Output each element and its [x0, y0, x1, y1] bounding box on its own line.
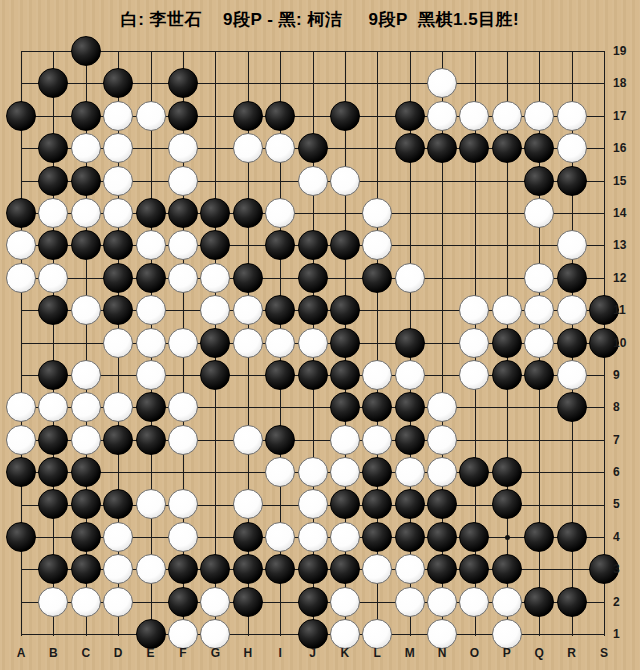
board-cell-E4[interactable] — [134, 521, 166, 553]
board-cell-C15[interactable] — [70, 164, 102, 196]
board-cell-O3[interactable] — [458, 553, 490, 585]
board-cell-C6[interactable] — [70, 456, 102, 488]
board-cell-P11[interactable] — [491, 294, 523, 326]
board-cell-C5[interactable] — [70, 488, 102, 520]
board-cell-I8[interactable] — [264, 391, 296, 423]
board-cell-B11[interactable] — [37, 294, 69, 326]
board-cell-H10[interactable] — [232, 326, 264, 358]
board-cell-H13[interactable] — [232, 229, 264, 261]
board-cell-G14[interactable] — [199, 197, 231, 229]
board-cell-A12[interactable] — [5, 262, 37, 294]
board-cell-O9[interactable] — [458, 359, 490, 391]
board-cell-F16[interactable] — [167, 132, 199, 164]
board-cell-P15[interactable] — [491, 164, 523, 196]
board-cell-D8[interactable] — [102, 391, 134, 423]
board-cell-A18[interactable] — [5, 67, 37, 99]
board-cell-H9[interactable] — [232, 359, 264, 391]
board-cell-L4[interactable] — [361, 521, 393, 553]
board-cell-B3[interactable] — [37, 553, 69, 585]
board-cell-N19[interactable] — [426, 35, 458, 67]
board-cell-Q2[interactable] — [523, 585, 555, 617]
board-cell-R12[interactable] — [555, 262, 587, 294]
board-cell-R10[interactable] — [555, 326, 587, 358]
board-cell-O16[interactable] — [458, 132, 490, 164]
board-cell-I4[interactable] — [264, 521, 296, 553]
board-cell-E9[interactable] — [134, 359, 166, 391]
board-cell-C10[interactable] — [70, 326, 102, 358]
board-cell-K8[interactable] — [329, 391, 361, 423]
board-cell-C9[interactable] — [70, 359, 102, 391]
board-cell-A8[interactable] — [5, 391, 37, 423]
board-cell-M14[interactable] — [393, 197, 425, 229]
board-cell-O17[interactable] — [458, 100, 490, 132]
board-cell-D13[interactable] — [102, 229, 134, 261]
board-cell-K14[interactable] — [329, 197, 361, 229]
board-cell-H12[interactable] — [232, 262, 264, 294]
board-cell-F14[interactable] — [167, 197, 199, 229]
board-cell-Q5[interactable] — [523, 488, 555, 520]
board-cell-J16[interactable] — [296, 132, 328, 164]
board-cell-O18[interactable] — [458, 67, 490, 99]
board-cell-R8[interactable] — [555, 391, 587, 423]
board-cell-J11[interactable] — [296, 294, 328, 326]
board-cell-K15[interactable] — [329, 164, 361, 196]
board-cell-A15[interactable] — [5, 164, 37, 196]
board-cell-K2[interactable] — [329, 585, 361, 617]
board-cell-G4[interactable] — [199, 521, 231, 553]
board-cell-Q13[interactable] — [523, 229, 555, 261]
board-cell-B6[interactable] — [37, 456, 69, 488]
board-cell-R17[interactable] — [555, 100, 587, 132]
board-cell-H3[interactable] — [232, 553, 264, 585]
board-cell-N5[interactable] — [426, 488, 458, 520]
board-cell-B12[interactable] — [37, 262, 69, 294]
board-cell-F12[interactable] — [167, 262, 199, 294]
board-cell-D19[interactable] — [102, 35, 134, 67]
board-cell-A4[interactable] — [5, 521, 37, 553]
board-cell-C12[interactable] — [70, 262, 102, 294]
board-cell-G9[interactable] — [199, 359, 231, 391]
board-cell-K9[interactable] — [329, 359, 361, 391]
board-cell-B5[interactable] — [37, 488, 69, 520]
board-cell-E7[interactable] — [134, 423, 166, 455]
board-cell-O13[interactable] — [458, 229, 490, 261]
board-cell-R19[interactable] — [555, 35, 587, 67]
board-cell-E19[interactable] — [134, 35, 166, 67]
board-cell-C8[interactable] — [70, 391, 102, 423]
board-cell-J3[interactable] — [296, 553, 328, 585]
board-cell-G18[interactable] — [199, 67, 231, 99]
board-cell-H18[interactable] — [232, 67, 264, 99]
board-cell-B9[interactable] — [37, 359, 69, 391]
board-cell-M4[interactable] — [393, 521, 425, 553]
board-cell-P6[interactable] — [491, 456, 523, 488]
board-cell-J2[interactable] — [296, 585, 328, 617]
board-cell-C7[interactable] — [70, 423, 102, 455]
board-cell-I16[interactable] — [264, 132, 296, 164]
board-cell-R11[interactable] — [555, 294, 587, 326]
board-cell-B19[interactable] — [37, 35, 69, 67]
board-cell-C16[interactable] — [70, 132, 102, 164]
board-cell-K7[interactable] — [329, 423, 361, 455]
board-cell-H14[interactable] — [232, 197, 264, 229]
board-cell-G10[interactable] — [199, 326, 231, 358]
board-cell-D7[interactable] — [102, 423, 134, 455]
board-cell-G15[interactable] — [199, 164, 231, 196]
board-cell-O8[interactable] — [458, 391, 490, 423]
board-cell-D12[interactable] — [102, 262, 134, 294]
board-cell-F4[interactable] — [167, 521, 199, 553]
board-cell-O2[interactable] — [458, 585, 490, 617]
board-cell-O14[interactable] — [458, 197, 490, 229]
board-cell-I10[interactable] — [264, 326, 296, 358]
board-cell-O19[interactable] — [458, 35, 490, 67]
board-cell-E8[interactable] — [134, 391, 166, 423]
board-cell-K13[interactable] — [329, 229, 361, 261]
board-cell-M8[interactable] — [393, 391, 425, 423]
board-cell-C18[interactable] — [70, 67, 102, 99]
board-cell-I2[interactable] — [264, 585, 296, 617]
board-cell-M11[interactable] — [393, 294, 425, 326]
board-cell-G17[interactable] — [199, 100, 231, 132]
board-cell-A2[interactable] — [5, 585, 37, 617]
board-cell-K18[interactable] — [329, 67, 361, 99]
board-cell-L9[interactable] — [361, 359, 393, 391]
board-cell-I14[interactable] — [264, 197, 296, 229]
board-cell-D6[interactable] — [102, 456, 134, 488]
board-cell-D3[interactable] — [102, 553, 134, 585]
board-cell-K4[interactable] — [329, 521, 361, 553]
board-cell-R5[interactable] — [555, 488, 587, 520]
board-cell-I15[interactable] — [264, 164, 296, 196]
board-cell-N17[interactable] — [426, 100, 458, 132]
board-cell-J5[interactable] — [296, 488, 328, 520]
board-cell-B14[interactable] — [37, 197, 69, 229]
board-cell-P9[interactable] — [491, 359, 523, 391]
board-cell-H16[interactable] — [232, 132, 264, 164]
board-cell-P5[interactable] — [491, 488, 523, 520]
board-cell-R3[interactable] — [555, 553, 587, 585]
board-cell-F10[interactable] — [167, 326, 199, 358]
board-cell-N6[interactable] — [426, 456, 458, 488]
board-cell-I12[interactable] — [264, 262, 296, 294]
board-cell-P13[interactable] — [491, 229, 523, 261]
board-cell-Q17[interactable] — [523, 100, 555, 132]
board-cell-E12[interactable] — [134, 262, 166, 294]
board-cell-M12[interactable] — [393, 262, 425, 294]
board-cell-A13[interactable] — [5, 229, 37, 261]
board-cell-G7[interactable] — [199, 423, 231, 455]
board-cell-D5[interactable] — [102, 488, 134, 520]
board-cell-O15[interactable] — [458, 164, 490, 196]
board-cell-F17[interactable] — [167, 100, 199, 132]
board-cell-H15[interactable] — [232, 164, 264, 196]
board-cell-I3[interactable] — [264, 553, 296, 585]
board-cell-F13[interactable] — [167, 229, 199, 261]
board-cell-J6[interactable] — [296, 456, 328, 488]
board-cell-Q10[interactable] — [523, 326, 555, 358]
board-cell-G11[interactable] — [199, 294, 231, 326]
board-cell-E6[interactable] — [134, 456, 166, 488]
board-cell-I5[interactable] — [264, 488, 296, 520]
board-cell-F8[interactable] — [167, 391, 199, 423]
board-cell-N4[interactable] — [426, 521, 458, 553]
board-cell-E17[interactable] — [134, 100, 166, 132]
board-cell-Q9[interactable] — [523, 359, 555, 391]
board-cell-K3[interactable] — [329, 553, 361, 585]
board-cell-P7[interactable] — [491, 423, 523, 455]
board-cell-L13[interactable] — [361, 229, 393, 261]
board-cell-R7[interactable] — [555, 423, 587, 455]
board-cell-O12[interactable] — [458, 262, 490, 294]
board-cell-M16[interactable] — [393, 132, 425, 164]
board-cell-I13[interactable] — [264, 229, 296, 261]
board-cell-D15[interactable] — [102, 164, 134, 196]
board-cell-L16[interactable] — [361, 132, 393, 164]
board-cell-Q15[interactable] — [523, 164, 555, 196]
board-cell-N12[interactable] — [426, 262, 458, 294]
board-cell-N10[interactable] — [426, 326, 458, 358]
board-cell-A3[interactable] — [5, 553, 37, 585]
board-cell-M7[interactable] — [393, 423, 425, 455]
board-cell-E18[interactable] — [134, 67, 166, 99]
board-cell-D4[interactable] — [102, 521, 134, 553]
board-cell-R15[interactable] — [555, 164, 587, 196]
board-cell-L2[interactable] — [361, 585, 393, 617]
board-cell-A5[interactable] — [5, 488, 37, 520]
board-cell-M17[interactable] — [393, 100, 425, 132]
board-cell-L7[interactable] — [361, 423, 393, 455]
board-cell-M6[interactable] — [393, 456, 425, 488]
board-cell-Q18[interactable] — [523, 67, 555, 99]
board-cell-L3[interactable] — [361, 553, 393, 585]
board-cell-Q19[interactable] — [523, 35, 555, 67]
board-cell-M15[interactable] — [393, 164, 425, 196]
board-cell-G6[interactable] — [199, 456, 231, 488]
board-cell-L15[interactable] — [361, 164, 393, 196]
board-cell-H5[interactable] — [232, 488, 264, 520]
board-cell-L11[interactable] — [361, 294, 393, 326]
board-cell-B17[interactable] — [37, 100, 69, 132]
board-cell-L6[interactable] — [361, 456, 393, 488]
board-cell-B4[interactable] — [37, 521, 69, 553]
board-cell-N2[interactable] — [426, 585, 458, 617]
board-cell-C13[interactable] — [70, 229, 102, 261]
board-cell-P18[interactable] — [491, 67, 523, 99]
board-cell-F3[interactable] — [167, 553, 199, 585]
board-cell-J9[interactable] — [296, 359, 328, 391]
board-cell-N11[interactable] — [426, 294, 458, 326]
board-cell-F5[interactable] — [167, 488, 199, 520]
board-cell-R14[interactable] — [555, 197, 587, 229]
board-cell-G12[interactable] — [199, 262, 231, 294]
board-cell-K12[interactable] — [329, 262, 361, 294]
board-cell-B15[interactable] — [37, 164, 69, 196]
board-cell-F18[interactable] — [167, 67, 199, 99]
board-cell-Q7[interactable] — [523, 423, 555, 455]
board-cell-N8[interactable] — [426, 391, 458, 423]
board-cell-I19[interactable] — [264, 35, 296, 67]
board-cell-F15[interactable] — [167, 164, 199, 196]
board-cell-F7[interactable] — [167, 423, 199, 455]
board-cell-P17[interactable] — [491, 100, 523, 132]
board-cell-E15[interactable] — [134, 164, 166, 196]
board-cell-D2[interactable] — [102, 585, 134, 617]
board-cell-J12[interactable] — [296, 262, 328, 294]
board-cell-D9[interactable] — [102, 359, 134, 391]
board-cell-H7[interactable] — [232, 423, 264, 455]
board-cell-L19[interactable] — [361, 35, 393, 67]
board-cell-A14[interactable] — [5, 197, 37, 229]
board-cell-C3[interactable] — [70, 553, 102, 585]
board-cell-J4[interactable] — [296, 521, 328, 553]
board-cell-G3[interactable] — [199, 553, 231, 585]
board-cell-I6[interactable] — [264, 456, 296, 488]
board-cell-L18[interactable] — [361, 67, 393, 99]
board-cell-G19[interactable] — [199, 35, 231, 67]
board-cell-H19[interactable] — [232, 35, 264, 67]
board-cell-P10[interactable] — [491, 326, 523, 358]
board-cell-B16[interactable] — [37, 132, 69, 164]
board-cell-A7[interactable] — [5, 423, 37, 455]
board-cell-A17[interactable] — [5, 100, 37, 132]
board-cell-F2[interactable] — [167, 585, 199, 617]
board-cell-M13[interactable] — [393, 229, 425, 261]
board-cell-C4[interactable] — [70, 521, 102, 553]
board-cell-P2[interactable] — [491, 585, 523, 617]
board-cell-I18[interactable] — [264, 67, 296, 99]
board-cell-E3[interactable] — [134, 553, 166, 585]
board-cell-K16[interactable] — [329, 132, 361, 164]
board-cell-O7[interactable] — [458, 423, 490, 455]
board-cell-J19[interactable] — [296, 35, 328, 67]
board-cell-R4[interactable] — [555, 521, 587, 553]
board-cell-Q3[interactable] — [523, 553, 555, 585]
board-cell-C14[interactable] — [70, 197, 102, 229]
board-cell-Q11[interactable] — [523, 294, 555, 326]
board-cell-O6[interactable] — [458, 456, 490, 488]
board-cell-K5[interactable] — [329, 488, 361, 520]
board-cell-G13[interactable] — [199, 229, 231, 261]
board-cell-A6[interactable] — [5, 456, 37, 488]
board-cell-D16[interactable] — [102, 132, 134, 164]
board-cell-Q4[interactable] — [523, 521, 555, 553]
board-cell-E5[interactable] — [134, 488, 166, 520]
board-cell-J10[interactable] — [296, 326, 328, 358]
board-cell-O5[interactable] — [458, 488, 490, 520]
board-cell-J7[interactable] — [296, 423, 328, 455]
board-cell-H2[interactable] — [232, 585, 264, 617]
board-cell-Q16[interactable] — [523, 132, 555, 164]
board-cell-C17[interactable] — [70, 100, 102, 132]
board-cell-A11[interactable] — [5, 294, 37, 326]
board-cell-M5[interactable] — [393, 488, 425, 520]
board-cell-O11[interactable] — [458, 294, 490, 326]
board-cell-M18[interactable] — [393, 67, 425, 99]
board-cell-P14[interactable] — [491, 197, 523, 229]
board-cell-F9[interactable] — [167, 359, 199, 391]
board-cell-L14[interactable] — [361, 197, 393, 229]
board-cell-A10[interactable] — [5, 326, 37, 358]
board-cell-D11[interactable] — [102, 294, 134, 326]
board-cell-E14[interactable] — [134, 197, 166, 229]
board-cell-F19[interactable] — [167, 35, 199, 67]
board-cell-J18[interactable] — [296, 67, 328, 99]
board-cell-B10[interactable] — [37, 326, 69, 358]
board-cell-K19[interactable] — [329, 35, 361, 67]
board-cell-E11[interactable] — [134, 294, 166, 326]
board-cell-P12[interactable] — [491, 262, 523, 294]
board-cell-J15[interactable] — [296, 164, 328, 196]
board-cell-G16[interactable] — [199, 132, 231, 164]
board-cell-I11[interactable] — [264, 294, 296, 326]
board-cell-B2[interactable] — [37, 585, 69, 617]
board-cell-N14[interactable] — [426, 197, 458, 229]
board-cell-C2[interactable] — [70, 585, 102, 617]
board-cell-K6[interactable] — [329, 456, 361, 488]
board-cell-D17[interactable] — [102, 100, 134, 132]
board-cell-D18[interactable] — [102, 67, 134, 99]
board-cell-I17[interactable] — [264, 100, 296, 132]
board-cell-E10[interactable] — [134, 326, 166, 358]
board-cell-J17[interactable] — [296, 100, 328, 132]
board-cell-Q12[interactable] — [523, 262, 555, 294]
board-cell-H6[interactable] — [232, 456, 264, 488]
board-cell-G5[interactable] — [199, 488, 231, 520]
board-cell-O10[interactable] — [458, 326, 490, 358]
board-cell-M9[interactable] — [393, 359, 425, 391]
board-cell-L5[interactable] — [361, 488, 393, 520]
board-cell-L12[interactable] — [361, 262, 393, 294]
board-cell-P3[interactable] — [491, 553, 523, 585]
board-cell-B8[interactable] — [37, 391, 69, 423]
board-cell-B18[interactable] — [37, 67, 69, 99]
board-cell-L10[interactable] — [361, 326, 393, 358]
board-cell-E13[interactable] — [134, 229, 166, 261]
board-cell-R16[interactable] — [555, 132, 587, 164]
board-cell-F6[interactable] — [167, 456, 199, 488]
board-cell-P4[interactable] — [491, 521, 523, 553]
board-cell-I9[interactable] — [264, 359, 296, 391]
board-cell-N16[interactable] — [426, 132, 458, 164]
board-cell-K11[interactable] — [329, 294, 361, 326]
board-cell-D10[interactable] — [102, 326, 134, 358]
board-cell-M3[interactable] — [393, 553, 425, 585]
board-cell-N9[interactable] — [426, 359, 458, 391]
board-cell-A16[interactable] — [5, 132, 37, 164]
board-cell-L8[interactable] — [361, 391, 393, 423]
board-cell-N18[interactable] — [426, 67, 458, 99]
board-cell-M19[interactable] — [393, 35, 425, 67]
board-cell-G2[interactable] — [199, 585, 231, 617]
board-cell-J14[interactable] — [296, 197, 328, 229]
board-cell-B13[interactable] — [37, 229, 69, 261]
board-cell-R2[interactable] — [555, 585, 587, 617]
board-cell-M2[interactable] — [393, 585, 425, 617]
board-cell-N3[interactable] — [426, 553, 458, 585]
board-cell-I7[interactable] — [264, 423, 296, 455]
board-cell-P16[interactable] — [491, 132, 523, 164]
board-cell-F11[interactable] — [167, 294, 199, 326]
board-cell-H17[interactable] — [232, 100, 264, 132]
board-cell-R18[interactable] — [555, 67, 587, 99]
board-cell-L17[interactable] — [361, 100, 393, 132]
board-cell-G8[interactable] — [199, 391, 231, 423]
board-cell-C11[interactable] — [70, 294, 102, 326]
board-cell-K10[interactable] — [329, 326, 361, 358]
board-cell-H4[interactable] — [232, 521, 264, 553]
board-cell-R6[interactable] — [555, 456, 587, 488]
